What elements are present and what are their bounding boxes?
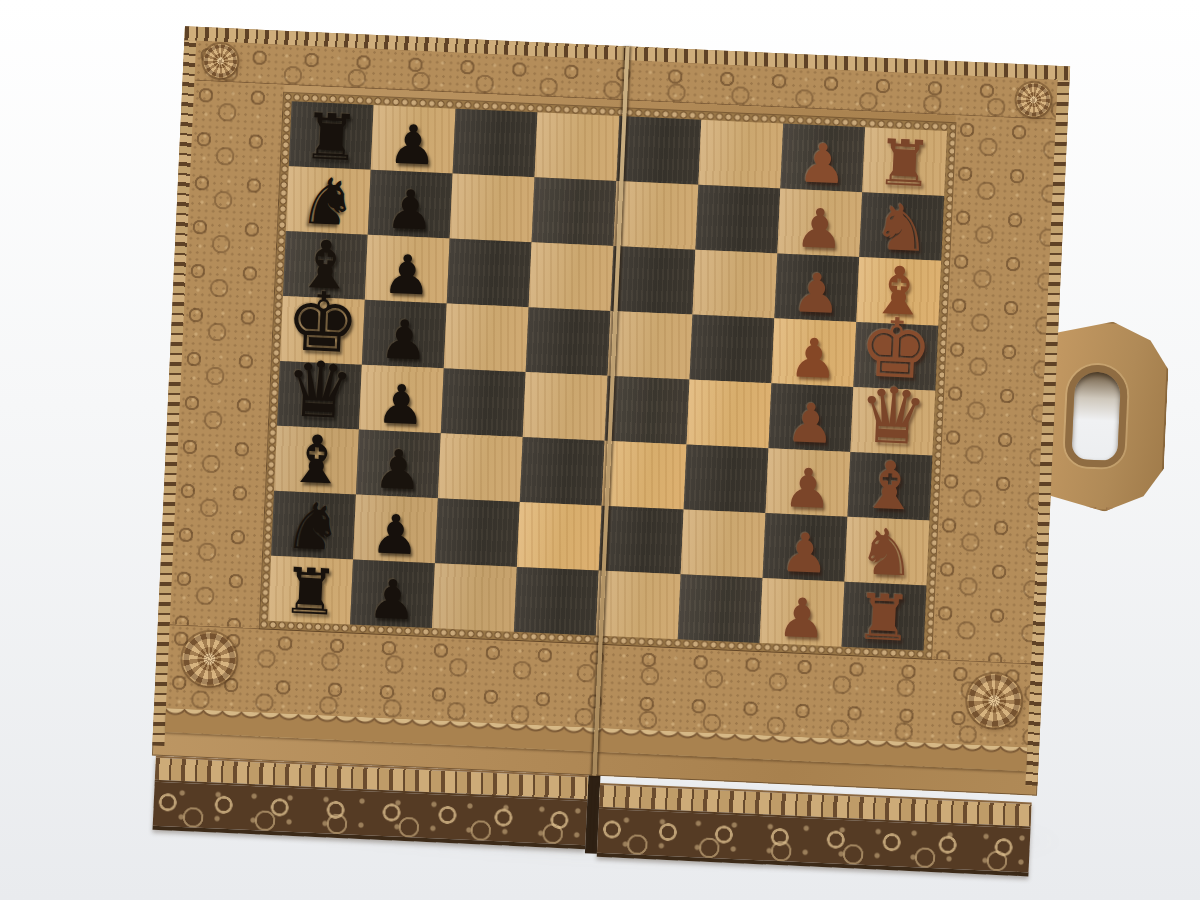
piece-bN-b8[interactable]: ♞	[283, 493, 343, 560]
piece-bP-f7[interactable]: ♟	[382, 248, 433, 304]
square-h4[interactable]	[616, 116, 701, 185]
square-e6[interactable]	[444, 303, 529, 372]
piece-bB-c8[interactable]: ♝	[285, 426, 347, 495]
square-f4[interactable]	[611, 246, 696, 315]
board-edging: ♜♟♟♜♞♟♟♞♝♟♟♝♚♟♟♚♛♟♟♛♝♟♟♝♞♟♟♞♜♟♟♜	[260, 93, 956, 659]
chess-box: ♜♟♟♜♞♟♟♞♝♟♟♝♚♟♟♚♛♟♟♛♝♟♟♝♞♟♟♞♜♟♟♜	[148, 26, 1070, 877]
piece-bP-a7[interactable]: ♟	[367, 572, 418, 628]
square-b5[interactable]	[517, 502, 602, 571]
piece-wP-d2[interactable]: ♟	[785, 396, 836, 452]
piece-bP-e7[interactable]: ♟	[379, 312, 430, 368]
handle-hole	[1064, 364, 1129, 469]
square-e5[interactable]	[526, 307, 611, 376]
piece-wR-a1[interactable]: ♜	[854, 585, 913, 650]
piece-wB-c1[interactable]: ♝	[859, 452, 921, 521]
handle-foot-1	[1071, 506, 1096, 522]
square-g8[interactable]: ♞	[286, 166, 371, 235]
square-e7[interactable]: ♟	[362, 300, 447, 369]
square-b2[interactable]: ♟	[763, 513, 848, 582]
square-f7[interactable]: ♟	[365, 235, 450, 304]
square-e3[interactable]	[690, 315, 775, 384]
piece-bP-c7[interactable]: ♟	[373, 442, 424, 498]
square-g7[interactable]: ♟	[368, 170, 453, 239]
square-h1[interactable]: ♜	[862, 127, 947, 196]
piece-wN-g1[interactable]: ♞	[871, 195, 931, 262]
square-c7[interactable]: ♟	[356, 430, 441, 499]
square-f5[interactable]	[529, 242, 614, 311]
square-d8[interactable]: ♛	[277, 361, 362, 430]
square-e2[interactable]: ♟	[771, 318, 856, 387]
square-d1[interactable]: ♛	[850, 387, 935, 456]
square-b8[interactable]: ♞	[271, 491, 356, 560]
square-h2[interactable]: ♟	[780, 124, 865, 193]
square-g1[interactable]: ♞	[859, 192, 944, 261]
square-g4[interactable]	[613, 181, 698, 250]
piece-wP-e2[interactable]: ♟	[788, 331, 839, 387]
square-f6[interactable]	[447, 239, 532, 308]
square-h5[interactable]	[535, 112, 620, 181]
piece-bP-g7[interactable]: ♟	[384, 183, 435, 239]
square-b7[interactable]: ♟	[353, 495, 438, 564]
square-d4[interactable]	[605, 376, 690, 445]
chessboard: ♜♟♟♜♞♟♟♞♝♟♟♝♚♟♟♚♛♟♟♛♝♟♟♝♞♟♟♞♜♟♟♜	[268, 101, 947, 650]
square-a7[interactable]: ♟	[350, 559, 435, 628]
square-c4[interactable]	[602, 441, 687, 510]
piece-wP-h2[interactable]: ♟	[797, 136, 848, 192]
square-b3[interactable]	[681, 509, 766, 578]
square-b6[interactable]	[435, 498, 520, 567]
piece-wP-b2[interactable]: ♟	[779, 526, 830, 582]
square-g2[interactable]: ♟	[777, 188, 862, 257]
square-c6[interactable]	[438, 433, 523, 502]
piece-bP-d7[interactable]: ♟	[376, 377, 427, 433]
piece-wP-a2[interactable]: ♟	[776, 591, 827, 647]
square-d2[interactable]: ♟	[768, 383, 853, 452]
piece-wN-b1[interactable]: ♞	[857, 519, 917, 586]
photo-backdrop: ♜♟♟♜♞♟♟♞♝♟♟♝♚♟♟♚♛♟♟♛♝♟♟♝♞♟♟♞♜♟♟♜	[0, 0, 1200, 900]
piece-wP-g2[interactable]: ♟	[794, 201, 845, 257]
square-d3[interactable]	[687, 380, 772, 449]
square-c5[interactable]	[520, 437, 605, 506]
square-a2[interactable]: ♟	[760, 578, 845, 647]
square-g5[interactable]	[532, 177, 617, 246]
square-h3[interactable]	[698, 120, 783, 189]
square-a8[interactable]: ♜	[268, 556, 353, 625]
square-d5[interactable]	[523, 372, 608, 441]
square-g6[interactable]	[450, 174, 535, 243]
piece-wQ-d1[interactable]: ♛	[857, 376, 929, 456]
square-g3[interactable]	[695, 185, 780, 254]
square-h8[interactable]: ♜	[289, 101, 374, 170]
carry-handle	[1042, 319, 1170, 514]
square-f2[interactable]: ♟	[774, 253, 859, 322]
piece-wP-f2[interactable]: ♟	[791, 266, 842, 322]
piece-wR-h1[interactable]: ♜	[875, 131, 934, 196]
piece-bP-h7[interactable]: ♟	[387, 118, 438, 174]
piece-bR-a8[interactable]: ♜	[281, 559, 340, 624]
square-h7[interactable]: ♟	[371, 105, 456, 174]
square-a5[interactable]	[514, 567, 599, 636]
square-f3[interactable]	[692, 250, 777, 319]
piece-bQ-d8[interactable]: ♛	[283, 350, 355, 430]
piece-bN-g8[interactable]: ♞	[298, 169, 358, 236]
square-b4[interactable]	[599, 506, 684, 575]
square-d7[interactable]: ♟	[359, 365, 444, 434]
square-a6[interactable]	[432, 563, 517, 632]
square-c2[interactable]: ♟	[766, 448, 851, 517]
square-a1[interactable]: ♜	[842, 582, 927, 651]
square-a3[interactable]	[678, 574, 763, 643]
piece-wP-c2[interactable]: ♟	[782, 461, 833, 517]
square-d6[interactable]	[441, 368, 526, 437]
square-a4[interactable]	[596, 571, 681, 640]
square-h6[interactable]	[453, 109, 538, 178]
square-e4[interactable]	[608, 311, 693, 380]
square-b1[interactable]: ♞	[844, 517, 929, 586]
handle-foot-2	[1105, 508, 1130, 524]
piece-bP-b7[interactable]: ♟	[370, 507, 421, 563]
square-c3[interactable]	[684, 444, 769, 513]
box-top-face: ♜♟♟♜♞♟♟♞♝♟♟♝♚♟♟♚♛♟♟♛♝♟♟♝♞♟♟♞♜♟♟♜	[152, 26, 1070, 795]
square-c1[interactable]: ♝	[847, 452, 932, 521]
square-c8[interactable]: ♝	[274, 426, 359, 495]
piece-bR-h8[interactable]: ♜	[301, 105, 360, 170]
